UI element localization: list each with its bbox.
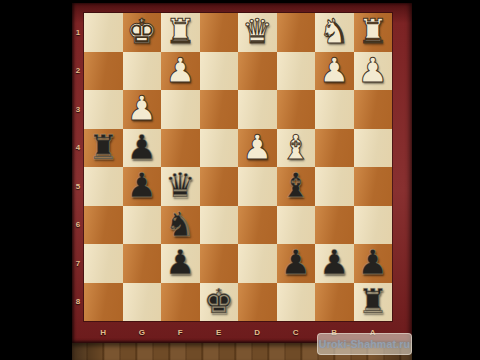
file-label-c: C [277, 321, 316, 343]
square-g4[interactable]: ♟ [123, 129, 162, 168]
black-rook[interactable]: ♜ [358, 282, 388, 321]
rank-label-8: 8 [72, 283, 84, 322]
square-e5[interactable] [200, 167, 239, 206]
white-pawn[interactable]: ♟ [358, 51, 388, 90]
square-a8[interactable]: ♜ [354, 283, 393, 322]
square-c1[interactable] [277, 13, 316, 52]
square-d3[interactable] [238, 90, 277, 129]
square-b7[interactable]: ♟ [315, 244, 354, 283]
watermark-text: Uroki-Shahmat.ru [319, 338, 410, 350]
square-a4[interactable] [354, 129, 393, 168]
rank-label-2: 2 [72, 52, 84, 91]
white-queen[interactable]: ♛ [242, 12, 272, 51]
square-c3[interactable] [277, 90, 316, 129]
black-queen[interactable]: ♛ [165, 166, 195, 205]
white-pawn[interactable]: ♟ [242, 128, 272, 167]
square-g2[interactable] [123, 52, 162, 91]
file-label-f: F [161, 321, 200, 343]
square-g8[interactable] [123, 283, 162, 322]
square-c5[interactable]: ♝ [277, 167, 316, 206]
square-g7[interactable] [123, 244, 162, 283]
white-bishop[interactable]: ♝ [281, 128, 311, 167]
square-d7[interactable] [238, 244, 277, 283]
black-pawn[interactable]: ♟ [165, 243, 195, 282]
square-c7[interactable]: ♟ [277, 244, 316, 283]
square-f3[interactable] [161, 90, 200, 129]
square-e6[interactable] [200, 206, 239, 245]
square-f1[interactable]: ♜ [161, 13, 200, 52]
square-b2[interactable]: ♟ [315, 52, 354, 91]
black-pawn[interactable]: ♟ [127, 166, 157, 205]
rank-label-3: 3 [72, 90, 84, 129]
square-a1[interactable]: ♜ [354, 13, 393, 52]
square-h3[interactable] [84, 90, 123, 129]
square-a7[interactable]: ♟ [354, 244, 393, 283]
square-c6[interactable] [277, 206, 316, 245]
square-f4[interactable] [161, 129, 200, 168]
square-a3[interactable] [354, 90, 393, 129]
white-rook[interactable]: ♜ [358, 12, 388, 51]
square-e3[interactable] [200, 90, 239, 129]
square-e2[interactable] [200, 52, 239, 91]
square-e4[interactable] [200, 129, 239, 168]
square-d5[interactable] [238, 167, 277, 206]
square-h8[interactable] [84, 283, 123, 322]
square-b5[interactable] [315, 167, 354, 206]
square-g6[interactable] [123, 206, 162, 245]
square-a2[interactable]: ♟ [354, 52, 393, 91]
rank-label-4: 4 [72, 129, 84, 168]
square-e7[interactable] [200, 244, 239, 283]
rank-label-6: 6 [72, 206, 84, 245]
square-f5[interactable]: ♛ [161, 167, 200, 206]
rank-label-5: 5 [72, 167, 84, 206]
square-d1[interactable]: ♛ [238, 13, 277, 52]
white-rook[interactable]: ♜ [165, 12, 195, 51]
square-g1[interactable]: ♚ [123, 13, 162, 52]
rank-labels: 12345678 [72, 13, 84, 321]
square-c4[interactable]: ♝ [277, 129, 316, 168]
file-label-g: G [123, 321, 162, 343]
square-b3[interactable] [315, 90, 354, 129]
square-f2[interactable]: ♟ [161, 52, 200, 91]
square-b1[interactable]: ♞ [315, 13, 354, 52]
black-rook[interactable]: ♜ [88, 128, 118, 167]
black-king[interactable]: ♚ [204, 282, 234, 321]
square-f7[interactable]: ♟ [161, 244, 200, 283]
black-pawn[interactable]: ♟ [358, 243, 388, 282]
square-b4[interactable] [315, 129, 354, 168]
square-h1[interactable] [84, 13, 123, 52]
black-knight[interactable]: ♞ [165, 205, 195, 244]
square-h2[interactable] [84, 52, 123, 91]
square-g3[interactable]: ♟ [123, 90, 162, 129]
square-f8[interactable] [161, 283, 200, 322]
video-frame: 12345678 ♚♜♛♞♜♟♟♟♟♜♟♟♝♟♛♝♞♟♟♟♟♚♜ HGFEDCB… [0, 0, 480, 360]
square-h4[interactable]: ♜ [84, 129, 123, 168]
square-d8[interactable] [238, 283, 277, 322]
black-pawn[interactable]: ♟ [319, 243, 349, 282]
watermark-badge: Uroki-Shahmat.ru [317, 333, 412, 355]
square-a5[interactable] [354, 167, 393, 206]
square-f6[interactable]: ♞ [161, 206, 200, 245]
file-label-h: H [84, 321, 123, 343]
square-e8[interactable]: ♚ [200, 283, 239, 322]
rank-label-1: 1 [72, 13, 84, 52]
square-d4[interactable]: ♟ [238, 129, 277, 168]
white-pawn[interactable]: ♟ [319, 51, 349, 90]
black-pawn[interactable]: ♟ [127, 128, 157, 167]
white-king[interactable]: ♚ [127, 12, 157, 51]
square-h6[interactable] [84, 206, 123, 245]
square-e1[interactable] [200, 13, 239, 52]
rank-label-7: 7 [72, 244, 84, 283]
square-h5[interactable] [84, 167, 123, 206]
white-pawn[interactable]: ♟ [165, 51, 195, 90]
square-d6[interactable] [238, 206, 277, 245]
file-label-e: E [200, 321, 239, 343]
white-knight[interactable]: ♞ [319, 12, 349, 51]
square-c8[interactable] [277, 283, 316, 322]
square-g5[interactable]: ♟ [123, 167, 162, 206]
chess-board[interactable]: ♚♜♛♞♜♟♟♟♟♜♟♟♝♟♛♝♞♟♟♟♟♚♜ [84, 13, 392, 321]
square-d2[interactable] [238, 52, 277, 91]
black-pawn[interactable]: ♟ [281, 243, 311, 282]
white-pawn[interactable]: ♟ [127, 89, 157, 128]
black-bishop[interactable]: ♝ [281, 166, 311, 205]
square-a6[interactable] [354, 206, 393, 245]
square-b8[interactable] [315, 283, 354, 322]
square-h7[interactable] [84, 244, 123, 283]
file-label-d: D [238, 321, 277, 343]
square-c2[interactable] [277, 52, 316, 91]
square-b6[interactable] [315, 206, 354, 245]
